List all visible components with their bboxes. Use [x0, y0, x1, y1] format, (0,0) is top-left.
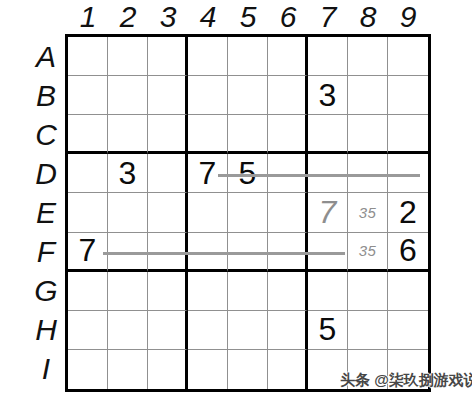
cell-E8: 35: [348, 193, 388, 232]
cell-H3: [148, 311, 188, 350]
cell-I4: [188, 350, 228, 389]
sudoku-diagram: 123456789 ABCDEFGHI 3375735273565 头条 @柒玖…: [0, 0, 472, 401]
cell-G2: [108, 272, 148, 311]
cell-I1: [68, 350, 108, 389]
cell-E4: [188, 193, 228, 232]
cell-I2: [108, 350, 148, 389]
cell-B4: [188, 76, 228, 115]
col-label-4: 4: [188, 0, 228, 34]
cell-H2: [108, 311, 148, 350]
cell-H4: [188, 311, 228, 350]
cell-C5: [228, 115, 268, 154]
row-label-A: A: [26, 37, 66, 76]
cell-E5: [228, 193, 268, 232]
cell-A6: [268, 37, 308, 76]
cell-I6: [268, 350, 308, 389]
row-label-E: E: [26, 193, 66, 232]
cell-D1: [68, 154, 108, 193]
cell-G3: [148, 272, 188, 311]
cell-G5: [228, 272, 268, 311]
col-label-7: 7: [308, 0, 348, 34]
col-label-5: 5: [228, 0, 268, 34]
cell-B5: [228, 76, 268, 115]
cell-I3: [148, 350, 188, 389]
cell-E7: 7: [308, 193, 348, 232]
cell-C1: [68, 115, 108, 154]
col-label-9: 9: [388, 0, 428, 34]
cell-A3: [148, 37, 188, 76]
cell-C2: [108, 115, 148, 154]
cell-F9: 6: [388, 233, 428, 272]
col-label-1: 1: [68, 0, 108, 34]
col-label-3: 3: [148, 0, 188, 34]
row-label-F: F: [26, 233, 66, 272]
cell-H5: [228, 311, 268, 350]
row-label-D: D: [26, 154, 66, 193]
cell-G6: [268, 272, 308, 311]
cell-H9: [388, 311, 428, 350]
cell-A1: [68, 37, 108, 76]
row-label-C: C: [26, 115, 66, 154]
cell-G9: [388, 272, 428, 311]
cell-C9: [388, 115, 428, 154]
cell-E1: [68, 193, 108, 232]
cell-H8: [348, 311, 388, 350]
cell-H1: [68, 311, 108, 350]
cell-B2: [108, 76, 148, 115]
sudoku-board: 3375735273565: [65, 34, 431, 392]
col-label-2: 2: [108, 0, 148, 34]
cell-E9: 2: [388, 193, 428, 232]
cell-C3: [148, 115, 188, 154]
cell-G7: [308, 272, 348, 311]
cell-G8: [348, 272, 388, 311]
cell-C4: [188, 115, 228, 154]
cell-G1: [68, 272, 108, 311]
row-label-I: I: [26, 350, 66, 389]
cell-I5: [228, 350, 268, 389]
cell-C6: [268, 115, 308, 154]
col-label-6: 6: [268, 0, 308, 34]
watermark: 头条 @柒玖捌游戏说: [340, 371, 472, 390]
board-wrap: 3375735273565: [65, 34, 431, 392]
cell-A2: [108, 37, 148, 76]
cell-A9: [388, 37, 428, 76]
row-label-B: B: [26, 76, 66, 115]
cell-B8: [348, 76, 388, 115]
cell-B7: 3: [308, 76, 348, 115]
cell-H7: 5: [308, 311, 348, 350]
cell-G4: [188, 272, 228, 311]
cell-H6: [268, 311, 308, 350]
row-label-G: G: [26, 272, 66, 311]
cell-A4: [188, 37, 228, 76]
row-labels: ABCDEFGHI: [26, 37, 66, 389]
cell-D2: 3: [108, 154, 148, 193]
cell-E6: [268, 193, 308, 232]
cell-B1: [68, 76, 108, 115]
cell-A5: [228, 37, 268, 76]
cell-B9: [388, 76, 428, 115]
cell-F8: 35: [348, 233, 388, 272]
cell-D3: [148, 154, 188, 193]
cell-C8: [348, 115, 388, 154]
row-label-H: H: [26, 311, 66, 350]
cell-B3: [148, 76, 188, 115]
cell-E2: [108, 193, 148, 232]
cell-B6: [268, 76, 308, 115]
col-label-8: 8: [348, 0, 388, 34]
column-labels: 123456789: [68, 0, 428, 34]
cell-A8: [348, 37, 388, 76]
row-F-strike: [103, 252, 345, 255]
cell-E3: [148, 193, 188, 232]
cell-C7: [308, 115, 348, 154]
row-D-strike: [218, 174, 420, 177]
cell-F1: 7: [68, 233, 108, 272]
cell-A7: [308, 37, 348, 76]
